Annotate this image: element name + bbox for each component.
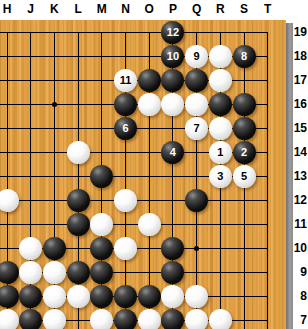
stone-R17[interactable] [209, 69, 232, 92]
stone-M8[interactable] [90, 285, 113, 308]
stone-M10[interactable] [90, 237, 113, 260]
stone-P17[interactable] [161, 69, 184, 92]
stone-Q7[interactable] [185, 309, 208, 329]
star-point-Q10 [194, 246, 199, 251]
move-number: 11 [120, 75, 132, 86]
row-label-13: 13 [293, 168, 307, 184]
row-label-11: 11 [293, 216, 307, 232]
col-label-J: J [22, 2, 40, 16]
stone-N10[interactable] [114, 237, 137, 260]
stone-Q8[interactable] [185, 285, 208, 308]
stone-P14[interactable]: 4 [161, 141, 184, 164]
move-number: 10 [167, 51, 179, 62]
move-number: 9 [194, 51, 200, 62]
stone-R15[interactable] [209, 117, 232, 140]
stone-H12[interactable] [0, 189, 19, 212]
stone-O7[interactable] [138, 309, 161, 329]
stone-Q12[interactable] [185, 189, 208, 212]
move-number: 12 [167, 27, 179, 38]
col-label-Q: Q [188, 2, 206, 16]
stone-N16[interactable] [114, 93, 137, 116]
stone-J10[interactable] [19, 237, 42, 260]
row-label-15: 15 [293, 120, 307, 136]
row-label-7: 7 [293, 312, 307, 328]
stone-Q16[interactable] [185, 93, 208, 116]
move-number: 5 [241, 171, 247, 182]
stone-L12[interactable] [67, 189, 90, 212]
col-label-R: R [211, 2, 229, 16]
col-label-P: P [164, 2, 182, 16]
stone-S14[interactable]: 2 [233, 141, 256, 164]
stone-P18[interactable]: 10 [161, 45, 184, 68]
go-board[interactable]: 121098116741235HJKLMNOPQRST1918171615141… [0, 0, 308, 329]
move-number: 8 [241, 51, 247, 62]
stone-R13[interactable]: 3 [209, 165, 232, 188]
stone-O16[interactable] [138, 93, 161, 116]
stone-Q17[interactable] [185, 69, 208, 92]
move-number: 4 [170, 147, 176, 158]
stone-O11[interactable] [138, 213, 161, 236]
grid-line-row-19 [0, 32, 268, 33]
stone-O17[interactable] [138, 69, 161, 92]
stone-N8[interactable] [114, 285, 137, 308]
grid-line-row-11 [0, 224, 268, 225]
col-label-T: T [259, 2, 277, 16]
row-label-8: 8 [293, 288, 307, 304]
stone-L14[interactable] [67, 141, 90, 164]
row-label-16: 16 [293, 96, 307, 112]
stone-R16[interactable] [209, 93, 232, 116]
stone-H9[interactable] [0, 261, 19, 284]
stone-M11[interactable] [90, 213, 113, 236]
stone-N7[interactable] [114, 309, 137, 329]
stone-R7[interactable] [209, 309, 232, 329]
stone-O8[interactable] [138, 285, 161, 308]
stone-L9[interactable] [67, 261, 90, 284]
stone-M7[interactable] [90, 309, 113, 329]
row-label-18: 18 [293, 48, 307, 64]
stone-J9[interactable] [19, 261, 42, 284]
col-label-L: L [69, 2, 87, 16]
stone-K7[interactable] [43, 309, 66, 329]
move-number: 1 [217, 147, 223, 158]
move-number: 7 [194, 123, 200, 134]
col-label-K: K [45, 2, 63, 16]
stone-S15[interactable] [233, 117, 256, 140]
stone-K9[interactable] [43, 261, 66, 284]
move-number: 2 [241, 147, 247, 158]
stone-K8[interactable] [43, 285, 66, 308]
row-label-10: 10 [293, 240, 307, 256]
move-number: 3 [217, 171, 223, 182]
stone-K10[interactable] [43, 237, 66, 260]
stone-L8[interactable] [67, 285, 90, 308]
stone-P8[interactable] [161, 285, 184, 308]
col-label-S: S [235, 2, 253, 16]
stone-Q18[interactable]: 9 [185, 45, 208, 68]
stone-R18[interactable] [209, 45, 232, 68]
stone-P9[interactable] [161, 261, 184, 284]
stone-N15[interactable]: 6 [114, 117, 137, 140]
stone-L11[interactable] [67, 213, 90, 236]
move-number: 6 [122, 123, 128, 134]
stone-M13[interactable] [90, 165, 113, 188]
stone-M9[interactable] [90, 261, 113, 284]
stone-Q15[interactable]: 7 [185, 117, 208, 140]
row-label-19: 19 [293, 24, 307, 40]
stone-R14[interactable]: 1 [209, 141, 232, 164]
row-label-17: 17 [293, 72, 307, 88]
row-label-12: 12 [293, 192, 307, 208]
col-label-N: N [117, 2, 135, 16]
stone-H8[interactable] [0, 285, 19, 308]
stone-P19[interactable]: 12 [161, 21, 184, 44]
stone-J8[interactable] [19, 285, 42, 308]
col-label-H: H [0, 2, 16, 16]
col-label-O: O [140, 2, 158, 16]
stone-H7[interactable] [0, 309, 19, 329]
col-label-M: M [93, 2, 111, 16]
star-point-K16 [52, 102, 57, 107]
stone-P16[interactable] [161, 93, 184, 116]
stone-P7[interactable] [161, 309, 184, 329]
stone-S16[interactable] [233, 93, 256, 116]
stone-J7[interactable] [19, 309, 42, 329]
grid-line-col-T [267, 32, 268, 329]
row-label-14: 14 [293, 144, 307, 160]
go-diagram: 121098116741235HJKLMNOPQRST1918171615141… [0, 0, 308, 329]
stone-N17[interactable]: 11 [114, 69, 137, 92]
row-label-9: 9 [293, 264, 307, 280]
stone-P10[interactable] [161, 237, 184, 260]
stone-N12[interactable] [114, 189, 137, 212]
stone-S13[interactable]: 5 [233, 165, 256, 188]
stone-S18[interactable]: 8 [233, 45, 256, 68]
